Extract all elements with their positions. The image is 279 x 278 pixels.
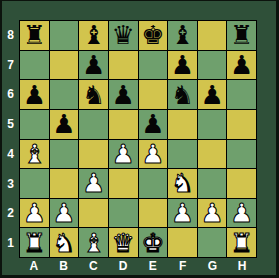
piece-black-pawn[interactable]: ♟: [141, 111, 164, 137]
square-c2[interactable]: [79, 199, 108, 228]
square-d8[interactable]: ♛: [109, 21, 138, 50]
file-labels: ABCDEFGH: [19, 258, 257, 274]
square-a1[interactable]: ♜: [20, 228, 49, 257]
square-f6[interactable]: ♞: [168, 80, 197, 109]
square-g4[interactable]: [198, 140, 227, 169]
piece-black-knight[interactable]: ♞: [82, 82, 105, 108]
rank-label-7: 7: [2, 50, 19, 80]
square-d7[interactable]: [109, 51, 138, 80]
square-c6[interactable]: ♞: [79, 80, 108, 109]
square-c3[interactable]: ♟: [79, 169, 108, 198]
square-d5[interactable]: [109, 110, 138, 139]
square-e2[interactable]: [139, 199, 168, 228]
square-e1[interactable]: ♚: [139, 228, 168, 257]
square-b2[interactable]: ♟: [50, 199, 79, 228]
piece-black-pawn[interactable]: ♟: [230, 52, 253, 78]
square-a7[interactable]: [20, 51, 49, 80]
piece-black-pawn[interactable]: ♟: [23, 82, 46, 108]
square-g6[interactable]: ♟: [198, 80, 227, 109]
square-c7[interactable]: ♟: [79, 51, 108, 80]
piece-black-rook[interactable]: ♜: [23, 22, 46, 48]
square-c1[interactable]: ♝: [79, 228, 108, 257]
square-e5[interactable]: ♟: [139, 110, 168, 139]
square-h2[interactable]: ♟: [227, 199, 256, 228]
piece-black-bishop[interactable]: ♝: [171, 22, 194, 48]
square-h3[interactable]: [227, 169, 256, 198]
file-label-h: H: [227, 258, 257, 274]
piece-white-pawn[interactable]: ♟: [171, 200, 194, 226]
square-b6[interactable]: [50, 80, 79, 109]
square-b3[interactable]: [50, 169, 79, 198]
square-h6[interactable]: [227, 80, 256, 109]
piece-white-pawn[interactable]: ♟: [112, 141, 135, 167]
piece-white-pawn[interactable]: ♟: [52, 200, 75, 226]
square-a2[interactable]: ♟: [20, 199, 49, 228]
piece-white-pawn[interactable]: ♟: [82, 170, 105, 196]
piece-black-knight[interactable]: ♞: [171, 82, 194, 108]
square-a5[interactable]: [20, 110, 49, 139]
square-a6[interactable]: ♟: [20, 80, 49, 109]
file-label-c: C: [79, 258, 109, 274]
square-b4[interactable]: [50, 140, 79, 169]
piece-black-pawn[interactable]: ♟: [112, 82, 135, 108]
rank-labels: 87654321: [2, 20, 19, 258]
square-f7[interactable]: ♟: [168, 51, 197, 80]
square-f5[interactable]: [168, 110, 197, 139]
square-c5[interactable]: [79, 110, 108, 139]
piece-white-bishop[interactable]: ♝: [23, 141, 46, 167]
square-g3[interactable]: [198, 169, 227, 198]
square-a8[interactable]: ♜: [20, 21, 49, 50]
square-d4[interactable]: ♟: [109, 140, 138, 169]
square-a3[interactable]: [20, 169, 49, 198]
square-d1[interactable]: ♛: [109, 228, 138, 257]
piece-white-pawn[interactable]: ♟: [230, 200, 253, 226]
square-h7[interactable]: ♟: [227, 51, 256, 80]
square-g7[interactable]: [198, 51, 227, 80]
square-f3[interactable]: ♞: [168, 169, 197, 198]
square-f4[interactable]: [168, 140, 197, 169]
piece-white-queen[interactable]: ♛: [112, 230, 135, 256]
piece-white-rook[interactable]: ♜: [23, 230, 46, 256]
square-d3[interactable]: [109, 169, 138, 198]
piece-white-pawn[interactable]: ♟: [200, 200, 223, 226]
rank-label-6: 6: [2, 80, 19, 110]
square-c4[interactable]: [79, 140, 108, 169]
rank-label-8: 8: [2, 20, 19, 50]
piece-black-queen[interactable]: ♛: [112, 22, 135, 48]
square-g5[interactable]: [198, 110, 227, 139]
file-label-b: B: [49, 258, 79, 274]
rank-label-4: 4: [2, 139, 19, 169]
square-a4[interactable]: ♝: [20, 140, 49, 169]
piece-white-bishop[interactable]: ♝: [82, 230, 105, 256]
rank-label-1: 1: [2, 228, 19, 258]
square-b1[interactable]: ♞: [50, 228, 79, 257]
square-e7[interactable]: [139, 51, 168, 80]
piece-black-pawn[interactable]: ♟: [200, 82, 223, 108]
rank-label-3: 3: [2, 169, 19, 199]
square-b5[interactable]: ♟: [50, 110, 79, 139]
piece-white-pawn[interactable]: ♟: [23, 200, 46, 226]
piece-white-rook[interactable]: ♜: [230, 230, 253, 256]
square-g8[interactable]: [198, 21, 227, 50]
file-label-f: F: [168, 258, 198, 274]
square-g1[interactable]: [198, 228, 227, 257]
chess-diagram: 87654321 ♜♝♛♚♝♜♟♟♟♟♞♟♞♟♟♟♝♟♟♟♞♟♟♟♟♟♜♞♝♛♚…: [0, 0, 279, 278]
file-label-e: E: [138, 258, 168, 274]
piece-black-rook[interactable]: ♜: [230, 22, 253, 48]
square-f1[interactable]: [168, 228, 197, 257]
piece-black-pawn[interactable]: ♟: [52, 111, 75, 137]
piece-black-pawn[interactable]: ♟: [82, 52, 105, 78]
square-e4[interactable]: ♟: [139, 140, 168, 169]
rank-label-2: 2: [2, 199, 19, 229]
square-g2[interactable]: ♟: [198, 199, 227, 228]
piece-white-knight[interactable]: ♞: [171, 170, 194, 196]
square-d6[interactable]: ♟: [109, 80, 138, 109]
piece-white-knight[interactable]: ♞: [52, 230, 75, 256]
square-e3[interactable]: [139, 169, 168, 198]
piece-black-pawn[interactable]: ♟: [171, 52, 194, 78]
file-label-d: D: [108, 258, 138, 274]
square-h4[interactable]: [227, 140, 256, 169]
square-h8[interactable]: ♜: [227, 21, 256, 50]
piece-black-bishop[interactable]: ♝: [82, 22, 105, 48]
square-d2[interactable]: [109, 199, 138, 228]
square-f8[interactable]: ♝: [168, 21, 197, 50]
square-e6[interactable]: [139, 80, 168, 109]
square-e8[interactable]: ♚: [139, 21, 168, 50]
piece-white-pawn[interactable]: ♟: [141, 141, 164, 167]
square-f2[interactable]: ♟: [168, 199, 197, 228]
piece-black-king[interactable]: ♚: [141, 22, 164, 48]
chess-board: ♜♝♛♚♝♜♟♟♟♟♞♟♞♟♟♟♝♟♟♟♞♟♟♟♟♟♜♞♝♛♚♜: [19, 20, 257, 258]
file-label-g: G: [198, 258, 228, 274]
piece-white-king[interactable]: ♚: [141, 230, 164, 256]
square-b7[interactable]: [50, 51, 79, 80]
file-label-a: A: [19, 258, 49, 274]
square-h5[interactable]: [227, 110, 256, 139]
square-h1[interactable]: ♜: [227, 228, 256, 257]
square-b8[interactable]: [50, 21, 79, 50]
square-c8[interactable]: ♝: [79, 21, 108, 50]
rank-label-5: 5: [2, 109, 19, 139]
